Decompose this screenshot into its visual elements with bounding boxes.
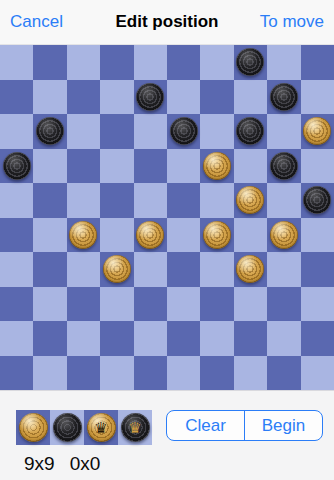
men-count: 9x9 — [24, 453, 55, 475]
square-r8c2[interactable] — [67, 321, 100, 356]
square-r4c3[interactable] — [100, 183, 133, 218]
black-man-piece[interactable] — [136, 83, 164, 111]
square-r0c3[interactable] — [100, 45, 133, 80]
square-r0c4[interactable] — [134, 45, 167, 80]
square-r2c6[interactable] — [200, 114, 233, 149]
white-man-piece[interactable] — [270, 221, 298, 249]
square-r4c6[interactable] — [200, 183, 233, 218]
crown-icon: ♛ — [87, 419, 116, 434]
square-r9c1[interactable] — [33, 356, 66, 391]
square-r1c6[interactable] — [200, 80, 233, 115]
black-king-piece[interactable]: ♛ — [121, 413, 150, 442]
black-man-piece[interactable] — [270, 152, 298, 180]
white-man-piece[interactable] — [203, 152, 231, 180]
square-r1c4[interactable] — [134, 80, 167, 115]
piece-counts: 9x9 0x0 — [24, 453, 100, 475]
square-r3c1[interactable] — [33, 149, 66, 184]
square-r6c1[interactable] — [33, 252, 66, 287]
square-r8c3[interactable] — [100, 321, 133, 356]
square-r1c5[interactable] — [167, 80, 200, 115]
square-r2c9[interactable] — [301, 114, 334, 149]
square-r4c2[interactable] — [67, 183, 100, 218]
square-r7c0[interactable] — [0, 287, 33, 322]
square-r2c1[interactable] — [33, 114, 66, 149]
square-r9c3[interactable] — [100, 356, 133, 391]
white-man-piece[interactable] — [69, 221, 97, 249]
square-r9c6[interactable] — [200, 356, 233, 391]
square-r3c7[interactable] — [234, 149, 267, 184]
clear-button[interactable]: Clear — [167, 411, 245, 440]
square-r0c0[interactable] — [0, 45, 33, 80]
square-r3c9[interactable] — [301, 149, 334, 184]
square-r8c9[interactable] — [301, 321, 334, 356]
kings-count: 0x0 — [70, 453, 101, 475]
square-r6c5[interactable] — [167, 252, 200, 287]
square-r8c0[interactable] — [0, 321, 33, 356]
square-r7c7[interactable] — [234, 287, 267, 322]
square-r5c4[interactable] — [134, 218, 167, 253]
to-move-button[interactable]: To move — [260, 12, 324, 32]
square-r9c2[interactable] — [67, 356, 100, 391]
square-r0c7[interactable] — [234, 45, 267, 80]
selector-black-king[interactable]: ♛ — [118, 410, 152, 445]
black-man-piece[interactable] — [236, 117, 264, 145]
square-r9c5[interactable] — [167, 356, 200, 391]
square-r4c1[interactable] — [33, 183, 66, 218]
square-r1c1[interactable] — [33, 80, 66, 115]
piece-selector: ♛♛ — [16, 410, 152, 445]
white-man-piece[interactable] — [19, 413, 48, 442]
black-man-piece[interactable] — [236, 48, 264, 76]
selector-black-man[interactable] — [50, 410, 84, 445]
square-r4c8[interactable] — [267, 183, 300, 218]
square-r3c8[interactable] — [267, 149, 300, 184]
black-man-piece[interactable] — [270, 83, 298, 111]
black-man-piece[interactable] — [36, 117, 64, 145]
square-r7c2[interactable] — [67, 287, 100, 322]
square-r6c2[interactable] — [67, 252, 100, 287]
segmented-buttons: Clear Begin — [166, 410, 323, 441]
square-r3c2[interactable] — [67, 149, 100, 184]
square-r4c7[interactable] — [234, 183, 267, 218]
begin-button[interactable]: Begin — [245, 411, 322, 440]
edit-position-screen: Cancel Edit position To move ♛♛ Clear Be… — [0, 0, 334, 480]
white-man-piece[interactable] — [203, 221, 231, 249]
square-r6c0[interactable] — [0, 252, 33, 287]
square-r7c6[interactable] — [200, 287, 233, 322]
square-r1c2[interactable] — [67, 80, 100, 115]
square-r7c3[interactable] — [100, 287, 133, 322]
square-r8c7[interactable] — [234, 321, 267, 356]
square-r3c3[interactable] — [100, 149, 133, 184]
square-r6c3[interactable] — [100, 252, 133, 287]
square-r5c8[interactable] — [267, 218, 300, 253]
white-man-piece[interactable] — [236, 186, 264, 214]
black-man-piece[interactable] — [3, 152, 31, 180]
square-r9c9[interactable] — [301, 356, 334, 391]
square-r1c9[interactable] — [301, 80, 334, 115]
square-r5c5[interactable] — [167, 218, 200, 253]
square-r5c6[interactable] — [200, 218, 233, 253]
square-r2c5[interactable] — [167, 114, 200, 149]
square-r2c8[interactable] — [267, 114, 300, 149]
square-r7c9[interactable] — [301, 287, 334, 322]
square-r2c7[interactable] — [234, 114, 267, 149]
nav-bar: Cancel Edit position To move — [0, 0, 334, 45]
white-man-piece[interactable] — [236, 255, 264, 283]
square-r3c4[interactable] — [134, 149, 167, 184]
crown-icon: ♛ — [121, 419, 150, 434]
square-r0c1[interactable] — [33, 45, 66, 80]
square-r5c7[interactable] — [234, 218, 267, 253]
white-man-piece[interactable] — [303, 117, 331, 145]
square-r0c5[interactable] — [167, 45, 200, 80]
square-r6c6[interactable] — [200, 252, 233, 287]
square-r0c6[interactable] — [200, 45, 233, 80]
square-r2c4[interactable] — [134, 114, 167, 149]
square-r2c3[interactable] — [100, 114, 133, 149]
white-king-piece[interactable]: ♛ — [87, 413, 116, 442]
selector-white-king[interactable]: ♛ — [84, 410, 118, 445]
square-r5c0[interactable] — [0, 218, 33, 253]
square-r0c9[interactable] — [301, 45, 334, 80]
square-r4c0[interactable] — [0, 183, 33, 218]
square-r8c4[interactable] — [134, 321, 167, 356]
square-r8c6[interactable] — [200, 321, 233, 356]
square-r1c8[interactable] — [267, 80, 300, 115]
square-r5c2[interactable] — [67, 218, 100, 253]
cancel-button[interactable]: Cancel — [10, 12, 63, 32]
square-r7c4[interactable] — [134, 287, 167, 322]
white-man-piece[interactable] — [136, 221, 164, 249]
square-r6c9[interactable] — [301, 252, 334, 287]
black-man-piece[interactable] — [170, 117, 198, 145]
square-r1c0[interactable] — [0, 80, 33, 115]
square-r4c9[interactable] — [301, 183, 334, 218]
square-r0c8[interactable] — [267, 45, 300, 80]
square-r3c6[interactable] — [200, 149, 233, 184]
square-r8c8[interactable] — [267, 321, 300, 356]
board — [0, 45, 334, 390]
square-r3c5[interactable] — [167, 149, 200, 184]
square-r5c1[interactable] — [33, 218, 66, 253]
square-r6c8[interactable] — [267, 252, 300, 287]
square-r8c1[interactable] — [33, 321, 66, 356]
black-man-piece[interactable] — [53, 413, 82, 442]
square-r5c3[interactable] — [100, 218, 133, 253]
square-r7c5[interactable] — [167, 287, 200, 322]
square-r7c8[interactable] — [267, 287, 300, 322]
square-r2c0[interactable] — [0, 114, 33, 149]
square-r5c9[interactable] — [301, 218, 334, 253]
square-r7c1[interactable] — [33, 287, 66, 322]
square-r6c7[interactable] — [234, 252, 267, 287]
square-r1c7[interactable] — [234, 80, 267, 115]
square-r9c7[interactable] — [234, 356, 267, 391]
black-man-piece[interactable] — [303, 186, 331, 214]
square-r9c4[interactable] — [134, 356, 167, 391]
square-r2c2[interactable] — [67, 114, 100, 149]
square-r1c3[interactable] — [100, 80, 133, 115]
square-r9c8[interactable] — [267, 356, 300, 391]
square-r6c4[interactable] — [134, 252, 167, 287]
square-r8c5[interactable] — [167, 321, 200, 356]
square-r9c0[interactable] — [0, 356, 33, 391]
square-r3c0[interactable] — [0, 149, 33, 184]
square-r4c4[interactable] — [134, 183, 167, 218]
square-r0c2[interactable] — [67, 45, 100, 80]
bottom-toolbar: ♛♛ Clear Begin 9x9 0x0 — [0, 390, 334, 480]
selector-white-man[interactable] — [16, 410, 50, 445]
white-man-piece[interactable] — [103, 255, 131, 283]
square-r4c5[interactable] — [167, 183, 200, 218]
